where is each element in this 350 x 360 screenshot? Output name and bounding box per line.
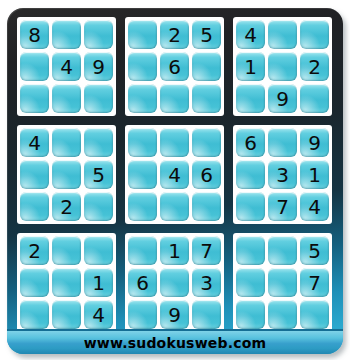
cell-r4c8[interactable] — [268, 128, 297, 157]
cell-r6c1[interactable] — [20, 192, 49, 221]
cell-r5c6[interactable]: 6 — [192, 160, 221, 189]
box-3-3: 57 — [233, 233, 332, 332]
cell-r1c9[interactable] — [300, 20, 329, 49]
cell-r6c3[interactable] — [84, 192, 113, 221]
cell-r8c6[interactable]: 3 — [192, 268, 221, 297]
box-2-1: 452 — [17, 125, 116, 224]
cell-r3c4[interactable] — [128, 84, 157, 113]
cell-r7c9[interactable]: 5 — [300, 236, 329, 265]
cell-r7c6[interactable]: 7 — [192, 236, 221, 265]
cell-r6c8[interactable]: 7 — [268, 192, 297, 221]
cell-r3c1[interactable] — [20, 84, 49, 113]
cell-r9c2[interactable] — [52, 300, 81, 329]
box-3-1: 214 — [17, 233, 116, 332]
cell-r3c6[interactable] — [192, 84, 221, 113]
box-1-1: 849 — [17, 17, 116, 116]
cell-r6c6[interactable] — [192, 192, 221, 221]
page: 8492564129452466931742141763957 www.sudo… — [0, 0, 350, 360]
cell-r6c4[interactable] — [128, 192, 157, 221]
cell-r1c2[interactable] — [52, 20, 81, 49]
cell-r7c8[interactable] — [268, 236, 297, 265]
cell-r8c1[interactable] — [20, 268, 49, 297]
cell-r9c9[interactable] — [300, 300, 329, 329]
cell-r3c5[interactable] — [160, 84, 189, 113]
cell-r2c2[interactable]: 4 — [52, 52, 81, 81]
cell-r6c5[interactable] — [160, 192, 189, 221]
box-3-2: 17639 — [125, 233, 224, 332]
cell-r8c4[interactable]: 6 — [128, 268, 157, 297]
cell-r7c5[interactable]: 1 — [160, 236, 189, 265]
cell-r3c3[interactable] — [84, 84, 113, 113]
cell-r9c4[interactable] — [128, 300, 157, 329]
cell-r4c6[interactable] — [192, 128, 221, 157]
cell-r7c2[interactable] — [52, 236, 81, 265]
cell-r5c8[interactable]: 3 — [268, 160, 297, 189]
cell-r7c1[interactable]: 2 — [20, 236, 49, 265]
cell-r1c1[interactable]: 8 — [20, 20, 49, 49]
cell-r1c3[interactable] — [84, 20, 113, 49]
cell-r1c8[interactable] — [268, 20, 297, 49]
cell-r1c4[interactable] — [128, 20, 157, 49]
cell-r5c5[interactable]: 4 — [160, 160, 189, 189]
cell-r9c6[interactable] — [192, 300, 221, 329]
cell-r4c7[interactable]: 6 — [236, 128, 265, 157]
cell-r8c2[interactable] — [52, 268, 81, 297]
cell-r5c3[interactable]: 5 — [84, 160, 113, 189]
footer-bar: www.sudokusweb.com — [7, 329, 343, 354]
cell-r9c8[interactable] — [268, 300, 297, 329]
cell-r4c2[interactable] — [52, 128, 81, 157]
box-1-3: 4129 — [233, 17, 332, 116]
cell-r9c3[interactable]: 4 — [84, 300, 113, 329]
box-2-3: 693174 — [233, 125, 332, 224]
cell-r5c1[interactable] — [20, 160, 49, 189]
cell-r5c9[interactable]: 1 — [300, 160, 329, 189]
sudoku-grid: 8492564129452466931742141763957 — [17, 17, 332, 332]
cell-r8c7[interactable] — [236, 268, 265, 297]
cell-r3c7[interactable] — [236, 84, 265, 113]
cell-r2c6[interactable] — [192, 52, 221, 81]
cell-r3c8[interactable]: 9 — [268, 84, 297, 113]
cell-r5c2[interactable] — [52, 160, 81, 189]
cell-r2c7[interactable]: 1 — [236, 52, 265, 81]
cell-r3c9[interactable] — [300, 84, 329, 113]
cell-r6c7[interactable] — [236, 192, 265, 221]
box-1-2: 256 — [125, 17, 224, 116]
cell-r6c2[interactable]: 2 — [52, 192, 81, 221]
cell-r1c5[interactable]: 2 — [160, 20, 189, 49]
cell-r2c5[interactable]: 6 — [160, 52, 189, 81]
cell-r7c4[interactable] — [128, 236, 157, 265]
sudoku-board: 8492564129452466931742141763957 www.sudo… — [7, 8, 343, 354]
cell-r6c9[interactable]: 4 — [300, 192, 329, 221]
cell-r2c8[interactable] — [268, 52, 297, 81]
cell-r9c5[interactable]: 9 — [160, 300, 189, 329]
cell-r4c3[interactable] — [84, 128, 113, 157]
cell-r3c2[interactable] — [52, 84, 81, 113]
cell-r4c1[interactable]: 4 — [20, 128, 49, 157]
cell-r8c8[interactable] — [268, 268, 297, 297]
cell-r2c4[interactable] — [128, 52, 157, 81]
cell-r5c7[interactable] — [236, 160, 265, 189]
box-2-2: 46 — [125, 125, 224, 224]
cell-r2c9[interactable]: 2 — [300, 52, 329, 81]
cell-r4c4[interactable] — [128, 128, 157, 157]
cell-r8c3[interactable]: 1 — [84, 268, 113, 297]
cell-r9c7[interactable] — [236, 300, 265, 329]
cell-r1c6[interactable]: 5 — [192, 20, 221, 49]
cell-r7c7[interactable] — [236, 236, 265, 265]
website-link[interactable]: www.sudokusweb.com — [84, 335, 267, 351]
cell-r7c3[interactable] — [84, 236, 113, 265]
cell-r8c5[interactable] — [160, 268, 189, 297]
cell-r2c1[interactable] — [20, 52, 49, 81]
cell-r5c4[interactable] — [128, 160, 157, 189]
cell-r4c9[interactable]: 9 — [300, 128, 329, 157]
cell-r2c3[interactable]: 9 — [84, 52, 113, 81]
cell-r1c7[interactable]: 4 — [236, 20, 265, 49]
cell-r4c5[interactable] — [160, 128, 189, 157]
cell-r9c1[interactable] — [20, 300, 49, 329]
cell-r8c9[interactable]: 7 — [300, 268, 329, 297]
